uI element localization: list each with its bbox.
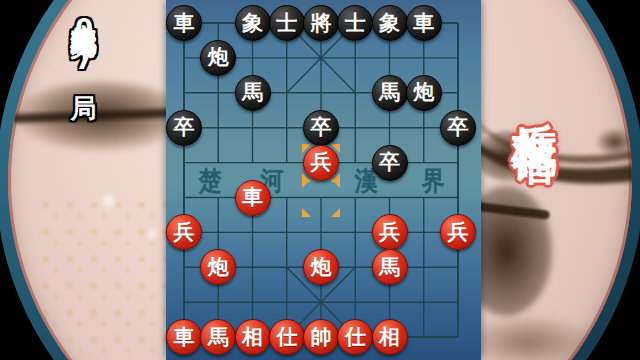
piece-black-cannon-left[interactable]: 炮 — [200, 40, 236, 76]
piece-red-chariot-advanced[interactable]: 車 — [235, 180, 271, 216]
river-label-界: 界 — [422, 163, 445, 199]
piece-red-cannon-center[interactable]: 炮 — [303, 249, 339, 285]
piece-red-king[interactable]: 帥 — [303, 319, 339, 355]
shine-spot — [100, 192, 118, 210]
piece-red-advisor-right[interactable]: 仕 — [337, 319, 373, 355]
piece-black-chariot-right[interactable]: 車 — [406, 5, 442, 41]
piece-black-soldier-5[interactable]: 卒 — [303, 110, 339, 146]
river-label-楚: 楚 — [199, 163, 222, 199]
piece-black-horse-right[interactable]: 馬 — [372, 75, 408, 111]
piece-black-elephant-left[interactable]: 象 — [235, 5, 271, 41]
piece-black-advisor-left[interactable]: 士 — [269, 5, 305, 41]
piece-black-soldier-9[interactable]: 卒 — [440, 110, 476, 146]
piece-red-horse-right[interactable]: 馬 — [372, 249, 408, 285]
piece-black-chariot-left[interactable]: 車 — [166, 5, 202, 41]
ink-blot-3 — [596, 128, 632, 156]
piece-red-chariot-home[interactable]: 車 — [166, 319, 202, 355]
piece-red-elephant-right[interactable]: 相 — [372, 319, 408, 355]
piece-black-horse-left[interactable]: 馬 — [235, 75, 271, 111]
shine-spot-2 — [146, 228, 158, 240]
piece-black-elephant-right[interactable]: 象 — [372, 5, 408, 41]
xiangqi-board[interactable]: 楚河漢界車象士將士象車炮馬馬炮卒卒卒卒兵車兵兵兵炮炮馬車馬相仕帥仕相 — [166, 0, 481, 360]
piece-red-soldier-7[interactable]: 兵 — [372, 214, 408, 250]
ink-blot-1 — [476, 131, 538, 181]
right-series-title: 反梅花谱 — [512, 86, 557, 106]
left-episode-title: 当头炮直車破屏风马第07局 — [71, 4, 97, 77]
piece-red-cannon-left[interactable]: 炮 — [200, 249, 236, 285]
ink-wash-bottom — [463, 316, 593, 360]
piece-black-general[interactable]: 將 — [303, 5, 339, 41]
piece-black-soldier-7[interactable]: 卒 — [372, 145, 408, 181]
piece-black-advisor-right[interactable]: 士 — [337, 5, 373, 41]
piece-black-soldier-1[interactable]: 卒 — [166, 110, 202, 146]
piece-red-elephant-left[interactable]: 相 — [235, 319, 271, 355]
piece-red-horse-left[interactable]: 馬 — [200, 319, 236, 355]
piece-red-soldier-1[interactable]: 兵 — [166, 214, 202, 250]
piece-red-soldier-5[interactable]: 兵 — [303, 145, 339, 181]
piece-red-soldier-9[interactable]: 兵 — [440, 214, 476, 250]
last-move-from-marker — [302, 179, 340, 217]
piece-black-cannon-right[interactable]: 炮 — [406, 75, 442, 111]
piece-red-advisor-left[interactable]: 仕 — [269, 319, 305, 355]
